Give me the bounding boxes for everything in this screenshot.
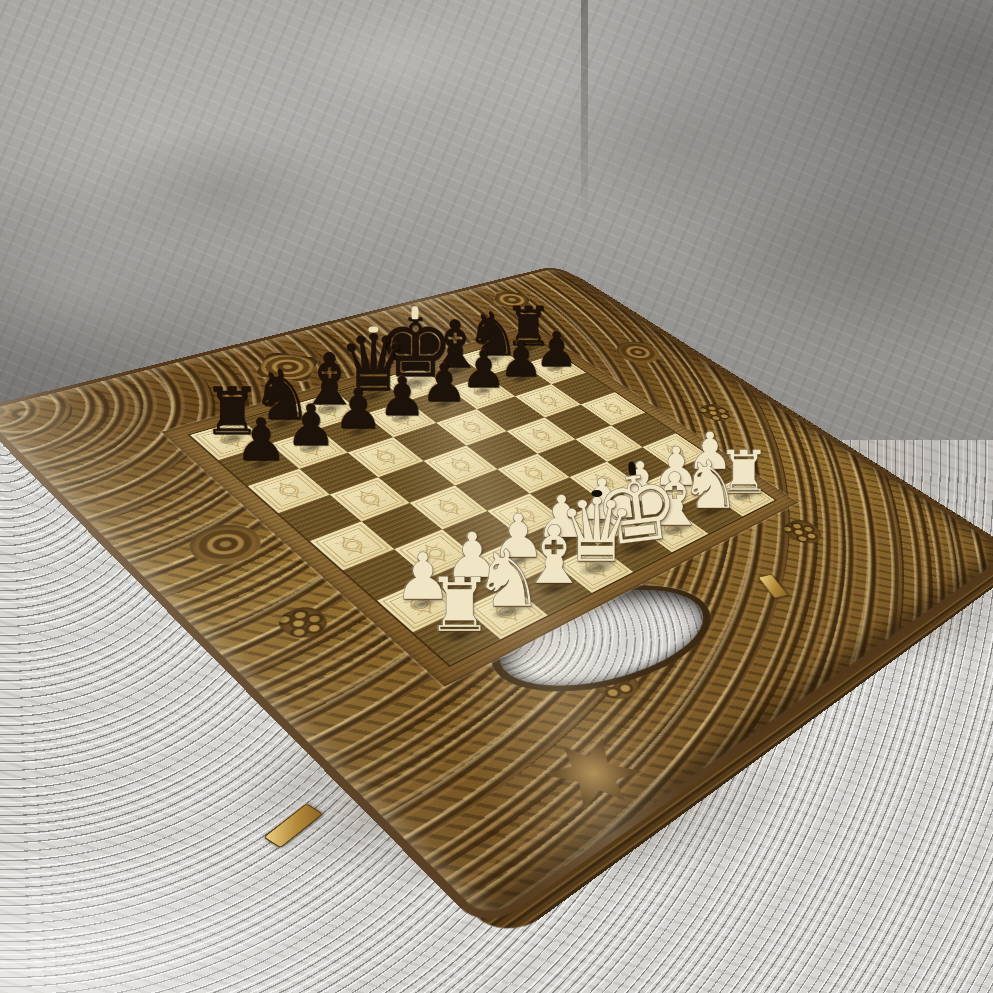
carved-diamond-rosette bbox=[493, 290, 531, 309]
carved-grape-cluster bbox=[695, 402, 736, 424]
carved-grape-cluster bbox=[272, 603, 336, 644]
carved-round-rosette bbox=[177, 517, 274, 572]
brass-clasp bbox=[758, 574, 789, 599]
carved-diamond-rosette bbox=[255, 352, 320, 382]
wall-corner-seam bbox=[581, 0, 588, 230]
chess-case-plane bbox=[190, 335, 775, 665]
carved-fleur-de-lis bbox=[529, 727, 657, 824]
photo-scene: ♜♞♝♛♚♝♞♜♟♟♟♟♟♟♟♟♟♟♟♟♟♟♟♟♜♞♝♛♚♝♞♜ bbox=[0, 0, 993, 993]
carved-round-rosette bbox=[608, 338, 668, 367]
carved-grape-cluster bbox=[778, 517, 828, 548]
